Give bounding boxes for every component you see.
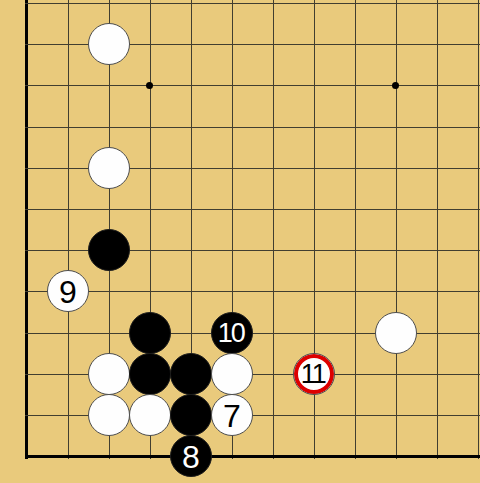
star-point [146, 82, 153, 89]
black-stone-D4 [129, 312, 171, 354]
black-stone-E3 [170, 353, 212, 395]
white-stone-C11 [88, 23, 130, 65]
white-stone-F3 [211, 353, 253, 395]
intersection-F4: 10 [211, 312, 252, 353]
star-point-cell [129, 65, 170, 106]
intersection-E3 [170, 353, 211, 394]
move-number-label: 9 [59, 276, 77, 308]
white-stone-K4 [375, 312, 417, 354]
intersection-C2 [88, 394, 129, 435]
intersection-D2 [129, 394, 170, 435]
black-stone-E2 [170, 394, 212, 436]
white-stone-C2 [88, 394, 130, 436]
black-stone-D3 [129, 353, 171, 395]
intersection-C6 [88, 230, 129, 271]
move-number-label: 11 [301, 361, 325, 388]
intersection-F2: 7 [211, 394, 252, 435]
white-stone-F2: 7 [211, 394, 253, 436]
move-number-label: 7 [223, 399, 241, 431]
white-stone-B5: 9 [47, 270, 89, 312]
intersection-C3 [88, 353, 129, 394]
intersection-D4 [129, 312, 170, 353]
intersection-F3 [211, 353, 252, 394]
star-point-cell [375, 65, 416, 106]
white-stone-C3 [88, 353, 130, 395]
intersection-C8 [88, 147, 129, 188]
intersection-H3: 11 [293, 353, 334, 394]
move-number-label: 8 [182, 441, 200, 473]
intersection-B5: 9 [47, 271, 88, 312]
go-board-grid: 9101178 [6, 0, 480, 477]
black-stone-F4: 10 [211, 312, 253, 354]
intersection-C11 [88, 24, 129, 65]
star-point [392, 82, 399, 89]
intersection-E1: 8 [170, 435, 211, 476]
move-number-label: 10 [218, 320, 244, 347]
intersection-K4 [375, 312, 416, 353]
last-move-white-stone-H3: 11 [293, 353, 335, 395]
white-stone-C8 [88, 147, 130, 189]
white-stone-D2 [129, 394, 171, 436]
go-board-diagram: 9101178 [0, 0, 480, 483]
intersection-D3 [129, 353, 170, 394]
black-stone-C6 [88, 229, 130, 271]
intersection-E2 [170, 394, 211, 435]
black-stone-E1: 8 [170, 435, 212, 477]
